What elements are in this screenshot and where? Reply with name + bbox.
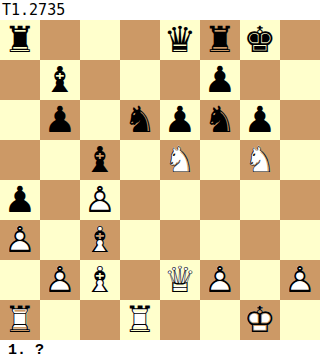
square-b6[interactable]: ♟ <box>40 100 80 140</box>
white-king-icon: ♔ <box>240 300 280 340</box>
square-d4[interactable] <box>120 180 160 220</box>
piece-black-pawn[interactable]: ♟ <box>160 100 200 140</box>
square-c4[interactable]: ♟♙ <box>80 180 120 220</box>
white-queen-icon: ♕ <box>160 260 200 300</box>
square-e3[interactable] <box>160 220 200 260</box>
white-bishop-icon: ♗ <box>80 220 120 260</box>
square-a1[interactable]: ♜♖ <box>0 300 40 340</box>
square-f8[interactable]: ♜ <box>200 20 240 60</box>
white-pawn-icon: ♙ <box>200 260 240 300</box>
square-b5[interactable] <box>40 140 80 180</box>
square-c6[interactable] <box>80 100 120 140</box>
square-g3[interactable] <box>240 220 280 260</box>
square-e6[interactable]: ♟ <box>160 100 200 140</box>
square-h1[interactable] <box>280 300 320 340</box>
piece-black-pawn[interactable]: ♟ <box>0 180 40 220</box>
piece-black-knight[interactable]: ♞ <box>200 100 240 140</box>
piece-white-knight[interactable]: ♞♘ <box>160 140 200 180</box>
piece-white-knight[interactable]: ♞♘ <box>240 140 280 180</box>
piece-black-rook[interactable]: ♜ <box>0 20 40 60</box>
piece-black-rook[interactable]: ♜ <box>200 20 240 60</box>
square-e8[interactable]: ♛ <box>160 20 200 60</box>
white-pawn-icon: ♙ <box>280 260 320 300</box>
piece-white-rook[interactable]: ♜♖ <box>0 300 40 340</box>
square-a8[interactable]: ♜ <box>0 20 40 60</box>
black-knight-icon: ♞ <box>120 100 160 140</box>
square-b2[interactable]: ♟♙ <box>40 260 80 300</box>
square-a2[interactable] <box>0 260 40 300</box>
square-d2[interactable] <box>120 260 160 300</box>
square-c3[interactable]: ♝♗ <box>80 220 120 260</box>
white-pawn-icon: ♙ <box>0 220 40 260</box>
black-bishop-icon: ♝ <box>80 140 120 180</box>
square-f4[interactable] <box>200 180 240 220</box>
square-d1[interactable]: ♜♖ <box>120 300 160 340</box>
square-f5[interactable] <box>200 140 240 180</box>
puzzle-id-label: T1.2735 <box>0 0 320 20</box>
black-pawn-icon: ♟ <box>40 100 80 140</box>
square-b8[interactable] <box>40 20 80 60</box>
square-a4[interactable]: ♟ <box>0 180 40 220</box>
square-h7[interactable] <box>280 60 320 100</box>
black-rook-icon: ♜ <box>200 20 240 60</box>
piece-black-knight[interactable]: ♞ <box>120 100 160 140</box>
square-d3[interactable] <box>120 220 160 260</box>
piece-black-pawn[interactable]: ♟ <box>40 100 80 140</box>
square-h4[interactable] <box>280 180 320 220</box>
piece-black-pawn[interactable]: ♟ <box>240 100 280 140</box>
square-d8[interactable] <box>120 20 160 60</box>
square-a5[interactable] <box>0 140 40 180</box>
square-c7[interactable] <box>80 60 120 100</box>
square-f7[interactable]: ♟ <box>200 60 240 100</box>
square-d5[interactable] <box>120 140 160 180</box>
square-d7[interactable] <box>120 60 160 100</box>
square-e7[interactable] <box>160 60 200 100</box>
piece-white-king[interactable]: ♚♔ <box>240 300 280 340</box>
square-h8[interactable] <box>280 20 320 60</box>
white-bishop-icon: ♗ <box>80 260 120 300</box>
black-pawn-icon: ♟ <box>0 180 40 220</box>
square-c1[interactable] <box>80 300 120 340</box>
square-b4[interactable] <box>40 180 80 220</box>
square-f1[interactable] <box>200 300 240 340</box>
piece-black-pawn[interactable]: ♟ <box>200 60 240 100</box>
piece-white-pawn[interactable]: ♟♙ <box>0 220 40 260</box>
move-prompt-label: 1. ? <box>0 340 320 360</box>
piece-white-pawn[interactable]: ♟♙ <box>280 260 320 300</box>
square-h6[interactable] <box>280 100 320 140</box>
square-g7[interactable] <box>240 60 280 100</box>
piece-white-pawn[interactable]: ♟♙ <box>40 260 80 300</box>
square-f2[interactable]: ♟♙ <box>200 260 240 300</box>
square-g2[interactable] <box>240 260 280 300</box>
piece-black-bishop[interactable]: ♝ <box>80 140 120 180</box>
piece-white-bishop[interactable]: ♝♗ <box>80 220 120 260</box>
black-pawn-icon: ♟ <box>240 100 280 140</box>
white-rook-icon: ♖ <box>0 300 40 340</box>
square-b7[interactable]: ♝ <box>40 60 80 100</box>
black-pawn-icon: ♟ <box>160 100 200 140</box>
white-rook-icon: ♖ <box>120 300 160 340</box>
square-c2[interactable]: ♝♗ <box>80 260 120 300</box>
square-e4[interactable] <box>160 180 200 220</box>
square-g6[interactable]: ♟ <box>240 100 280 140</box>
square-b3[interactable] <box>40 220 80 260</box>
square-c5[interactable]: ♝ <box>80 140 120 180</box>
square-g8[interactable]: ♚ <box>240 20 280 60</box>
piece-white-queen[interactable]: ♛♕ <box>160 260 200 300</box>
square-b1[interactable] <box>40 300 80 340</box>
square-d6[interactable]: ♞ <box>120 100 160 140</box>
square-c8[interactable] <box>80 20 120 60</box>
square-f6[interactable]: ♞ <box>200 100 240 140</box>
piece-white-pawn[interactable]: ♟♙ <box>200 260 240 300</box>
square-g5[interactable]: ♞♘ <box>240 140 280 180</box>
black-knight-icon: ♞ <box>200 100 240 140</box>
piece-black-queen[interactable]: ♛ <box>160 20 200 60</box>
white-knight-icon: ♘ <box>240 140 280 180</box>
square-e5[interactable]: ♞♘ <box>160 140 200 180</box>
piece-white-bishop[interactable]: ♝♗ <box>80 260 120 300</box>
white-pawn-icon: ♙ <box>40 260 80 300</box>
piece-white-rook[interactable]: ♜♖ <box>120 300 160 340</box>
square-f3[interactable] <box>200 220 240 260</box>
black-pawn-icon: ♟ <box>200 60 240 100</box>
square-e1[interactable] <box>160 300 200 340</box>
square-h3[interactable] <box>280 220 320 260</box>
black-bishop-icon: ♝ <box>40 60 80 100</box>
square-h5[interactable] <box>280 140 320 180</box>
chess-board: ♜♛♜♚♝♟♟♞♟♞♟♝♞♘♞♘♟♟♙♟♙♝♗♟♙♝♗♛♕♟♙♟♙♜♖♜♖♚♔ <box>0 20 320 340</box>
piece-black-bishop[interactable]: ♝ <box>40 60 80 100</box>
square-a6[interactable] <box>0 100 40 140</box>
black-king-icon: ♚ <box>240 20 280 60</box>
black-rook-icon: ♜ <box>0 20 40 60</box>
square-g4[interactable] <box>240 180 280 220</box>
square-e2[interactable]: ♛♕ <box>160 260 200 300</box>
square-a3[interactable]: ♟♙ <box>0 220 40 260</box>
square-a7[interactable] <box>0 60 40 100</box>
square-h2[interactable]: ♟♙ <box>280 260 320 300</box>
piece-white-pawn[interactable]: ♟♙ <box>80 180 120 220</box>
white-knight-icon: ♘ <box>160 140 200 180</box>
piece-black-king[interactable]: ♚ <box>240 20 280 60</box>
square-g1[interactable]: ♚♔ <box>240 300 280 340</box>
black-queen-icon: ♛ <box>160 20 200 60</box>
white-pawn-icon: ♙ <box>80 180 120 220</box>
